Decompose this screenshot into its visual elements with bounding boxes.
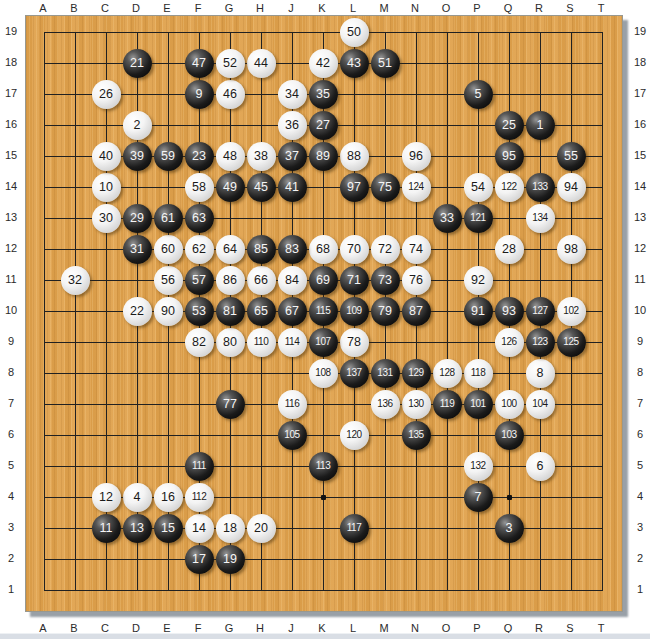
stone-white-F3[interactable]: 14 [185,514,214,543]
stone-black-M11[interactable]: 73 [371,266,400,295]
stone-white-N15[interactable]: 96 [402,142,431,171]
stone-black-G7[interactable]: 77 [216,390,245,419]
col-label-top-D: D [132,2,140,14]
move-number: 120 [346,430,362,440]
stone-black-Q6[interactable]: 103 [495,421,524,450]
stone-white-G9[interactable]: 80 [216,328,245,357]
stone-black-F11[interactable]: 57 [185,266,214,295]
stone-black-P10[interactable]: 91 [464,297,493,326]
stone-black-L11[interactable]: 71 [340,266,369,295]
move-number: 124 [408,182,424,192]
stone-white-S14[interactable]: 94 [557,173,586,202]
row-label-right-8: 8 [637,366,643,378]
col-label-top-F: F [195,2,202,14]
stone-black-J6[interactable]: 105 [278,421,307,450]
move-number: 84 [285,274,299,287]
move-number: 31 [130,243,144,256]
stone-white-H3[interactable]: 20 [247,514,276,543]
move-number: 132 [470,461,486,471]
stone-black-D18[interactable]: 21 [123,49,152,78]
col-label-top-O: O [442,2,451,14]
row-label-right-14: 14 [634,180,646,192]
stone-black-F10[interactable]: 53 [185,297,214,326]
move-number: 27 [316,119,330,132]
stone-black-H14[interactable]: 45 [247,173,276,202]
stone-black-M10[interactable]: 79 [371,297,400,326]
stone-black-P17[interactable]: 5 [464,80,493,109]
move-number: 16 [161,491,175,504]
stone-black-J12[interactable]: 83 [278,235,307,264]
stone-white-L6[interactable]: 120 [340,421,369,450]
stone-white-G15[interactable]: 48 [216,142,245,171]
stone-black-H12[interactable]: 85 [247,235,276,264]
move-number: 98 [564,243,578,256]
stone-white-K12[interactable]: 68 [309,235,338,264]
stone-black-Q10[interactable]: 93 [495,297,524,326]
move-number: 65 [254,305,268,318]
move-number: 134 [532,213,548,223]
stone-white-Q7[interactable]: 100 [495,390,524,419]
move-number: 86 [223,274,237,287]
row-label-left-9: 9 [8,335,14,347]
stone-white-Q14[interactable]: 122 [495,173,524,202]
stone-white-J7[interactable]: 116 [278,390,307,419]
move-number: 135 [408,430,424,440]
move-number: 43 [347,57,361,70]
stone-white-L19[interactable]: 50 [340,18,369,47]
move-number: 79 [378,305,392,318]
move-number: 47 [192,57,206,70]
col-label-top-K: K [318,2,325,14]
row-label-left-13: 13 [5,211,17,223]
stone-black-F5[interactable]: 111 [185,452,214,481]
move-number: 109 [346,306,362,316]
move-number: 133 [532,182,548,192]
move-number: 1 [537,119,544,132]
row-label-left-14: 14 [5,180,17,192]
stone-white-J16[interactable]: 36 [278,111,307,140]
col-label-top-R: R [535,2,543,14]
move-number: 131 [377,368,393,378]
move-number: 32 [68,274,82,287]
stone-white-J17[interactable]: 34 [278,80,307,109]
stone-black-G14[interactable]: 49 [216,173,245,202]
stone-white-L9[interactable]: 78 [340,328,369,357]
stone-white-K8[interactable]: 108 [309,359,338,388]
col-label-top-J: J [288,2,294,14]
move-number: 76 [409,274,423,287]
move-number: 28 [502,243,516,256]
move-number: 73 [378,274,392,287]
stone-white-S10[interactable]: 102 [557,297,586,326]
move-number: 11 [100,522,113,535]
stone-black-K10[interactable]: 115 [309,297,338,326]
stone-black-J15[interactable]: 37 [278,142,307,171]
move-number: 8 [537,367,544,380]
move-number: 72 [378,243,392,256]
move-number: 23 [192,150,206,163]
stone-white-L15[interactable]: 88 [340,142,369,171]
move-number: 40 [99,150,113,163]
row-label-left-3: 3 [8,521,14,533]
move-number: 62 [192,243,206,256]
move-number: 50 [347,26,361,39]
move-number: 3 [506,522,513,535]
move-number: 116 [285,399,300,409]
stone-black-K16[interactable]: 27 [309,111,338,140]
row-label-right-5: 5 [637,459,643,471]
move-number: 115 [316,306,331,316]
stone-black-P4[interactable]: 7 [464,483,493,512]
stone-black-E13[interactable]: 61 [154,204,183,233]
move-number: 2 [134,119,141,132]
move-number: 103 [501,430,517,440]
stone-white-N11[interactable]: 76 [402,266,431,295]
row-label-right-15: 15 [634,149,646,161]
move-number: 41 [285,181,299,194]
stone-white-F9[interactable]: 82 [185,328,214,357]
stone-white-M7[interactable]: 136 [371,390,400,419]
move-number: 45 [254,181,268,194]
move-number: 74 [409,243,423,256]
stone-black-N8[interactable]: 129 [402,359,431,388]
move-number: 25 [502,119,516,132]
move-number: 42 [316,57,330,70]
row-label-left-19: 19 [5,25,17,37]
stone-black-D3[interactable]: 13 [123,514,152,543]
stone-white-C13[interactable]: 30 [92,204,121,233]
row-label-right-17: 17 [634,87,646,99]
move-number: 127 [532,306,548,316]
stone-white-M12[interactable]: 72 [371,235,400,264]
stone-black-J14[interactable]: 41 [278,173,307,202]
move-number: 89 [316,150,330,163]
stone-black-K11[interactable]: 69 [309,266,338,295]
grid-line-vertical [447,32,448,591]
move-number: 69 [316,274,330,287]
move-number: 48 [223,150,237,163]
move-number: 29 [130,212,144,225]
stone-white-C4[interactable]: 12 [92,483,121,512]
stone-white-H11[interactable]: 66 [247,266,276,295]
stone-white-J11[interactable]: 84 [278,266,307,295]
stone-white-E12[interactable]: 60 [154,235,183,264]
move-number: 59 [161,150,175,163]
move-number: 21 [130,57,144,70]
stone-black-D15[interactable]: 39 [123,142,152,171]
stone-black-G2[interactable]: 19 [216,545,245,574]
move-number: 114 [285,337,300,347]
stone-black-P7[interactable]: 101 [464,390,493,419]
move-number: 128 [439,368,455,378]
stone-white-C15[interactable]: 40 [92,142,121,171]
move-number: 7 [475,491,482,504]
stone-white-K18[interactable]: 42 [309,49,338,78]
stone-black-F2[interactable]: 17 [185,545,214,574]
col-label-top-Q: Q [504,2,513,14]
stone-black-R10[interactable]: 127 [526,297,555,326]
col-label-top-B: B [70,2,77,14]
move-number: 57 [192,274,206,287]
row-label-left-12: 12 [5,242,17,254]
stone-white-N14[interactable]: 124 [402,173,431,202]
stone-white-S12[interactable]: 98 [557,235,586,264]
move-number: 111 [192,461,206,471]
stone-black-L18[interactable]: 43 [340,49,369,78]
stone-white-N7[interactable]: 130 [402,390,431,419]
col-label-top-M: M [379,2,388,14]
stone-white-G3[interactable]: 18 [216,514,245,543]
row-label-right-16: 16 [634,118,646,130]
move-number: 97 [347,181,361,194]
move-number: 20 [254,522,268,535]
stone-white-D16[interactable]: 2 [123,111,152,140]
row-label-left-8: 8 [8,366,14,378]
move-number: 46 [223,88,237,101]
row-label-right-7: 7 [637,397,643,409]
move-number: 112 [192,492,207,502]
stone-black-S15[interactable]: 55 [557,142,586,171]
move-number: 9 [196,88,203,101]
move-number: 92 [471,274,485,287]
move-number: 77 [223,398,237,411]
move-number: 90 [161,305,175,318]
row-label-left-4: 4 [8,490,14,502]
stone-black-R16[interactable]: 1 [526,111,555,140]
move-number: 105 [284,430,300,440]
col-label-top-P: P [473,2,480,14]
stone-black-O13[interactable]: 33 [433,204,462,233]
stone-white-C14[interactable]: 10 [92,173,121,202]
move-number: 52 [223,57,237,70]
move-number: 33 [440,212,454,225]
stone-white-F12[interactable]: 62 [185,235,214,264]
move-number: 17 [192,553,206,566]
move-number: 104 [532,399,548,409]
stone-black-M8[interactable]: 131 [371,359,400,388]
grid-line-horizontal [44,559,603,560]
stone-black-F15[interactable]: 23 [185,142,214,171]
move-number: 58 [192,181,206,194]
move-number: 118 [471,368,486,378]
stone-black-M18[interactable]: 51 [371,49,400,78]
stone-black-K5[interactable]: 113 [309,452,338,481]
stone-black-R9[interactable]: 123 [526,328,555,357]
stone-black-F18[interactable]: 47 [185,49,214,78]
move-number: 61 [161,212,175,225]
stone-white-G11[interactable]: 86 [216,266,245,295]
stone-white-E11[interactable]: 56 [154,266,183,295]
move-number: 18 [223,522,237,535]
stone-white-Q9[interactable]: 126 [495,328,524,357]
move-number: 13 [130,522,144,535]
stone-black-L14[interactable]: 97 [340,173,369,202]
move-number: 119 [440,399,455,409]
move-number: 22 [130,305,144,318]
move-number: 53 [192,305,206,318]
row-label-left-16: 16 [5,118,17,130]
col-label-top-T: T [598,2,605,14]
stone-black-S9[interactable]: 125 [557,328,586,357]
row-label-left-17: 17 [5,87,17,99]
row-label-left-5: 5 [8,459,14,471]
stone-white-P5[interactable]: 132 [464,452,493,481]
stone-white-G12[interactable]: 64 [216,235,245,264]
stone-white-G17[interactable]: 46 [216,80,245,109]
move-number: 34 [285,88,299,101]
move-number: 64 [223,243,237,256]
stone-black-K15[interactable]: 89 [309,142,338,171]
stone-white-F4[interactable]: 112 [185,483,214,512]
stone-black-D13[interactable]: 29 [123,204,152,233]
move-number: 26 [99,88,113,101]
stone-black-Q15[interactable]: 95 [495,142,524,171]
star-point [507,495,512,500]
row-label-left-10: 10 [5,304,17,316]
move-number-marked: 137 [346,368,362,378]
stone-white-O8[interactable]: 128 [433,359,462,388]
move-number: 113 [316,461,331,471]
row-label-left-18: 18 [5,56,17,68]
row-label-left-6: 6 [8,428,14,440]
stone-black-L3[interactable]: 117 [340,514,369,543]
move-number: 75 [378,181,392,194]
move-number: 101 [470,399,486,409]
stone-black-D12[interactable]: 31 [123,235,152,264]
stone-black-E15[interactable]: 59 [154,142,183,171]
row-label-right-2: 2 [637,552,643,564]
move-number: 117 [347,523,362,533]
star-point [321,495,326,500]
stone-black-J10[interactable]: 67 [278,297,307,326]
stone-white-J9[interactable]: 114 [278,328,307,357]
stone-black-F13[interactable]: 63 [185,204,214,233]
row-label-right-19: 19 [634,25,646,37]
move-number: 108 [315,368,331,378]
stone-white-E4[interactable]: 16 [154,483,183,512]
move-number: 54 [471,181,485,194]
move-number: 15 [161,522,175,535]
col-label-top-L: L [350,2,356,14]
stone-white-N12[interactable]: 74 [402,235,431,264]
move-number: 102 [563,306,579,316]
move-number: 81 [223,305,237,318]
move-number: 5 [475,88,482,101]
move-number: 110 [254,337,269,347]
move-number: 95 [502,150,516,163]
row-label-right-3: 3 [637,521,643,533]
stone-black-R14[interactable]: 133 [526,173,555,202]
go-board[interactable]: 1234567891011121314151617181920212223252… [25,15,623,612]
move-number: 94 [564,181,578,194]
stone-black-K9[interactable]: 107 [309,328,338,357]
stone-black-C3[interactable]: 11 [92,514,121,543]
stone-white-B11[interactable]: 32 [61,266,90,295]
stone-white-R13[interactable]: 134 [526,204,555,233]
stone-white-D4[interactable]: 4 [123,483,152,512]
stone-white-D10[interactable]: 22 [123,297,152,326]
move-number: 122 [501,182,517,192]
stone-black-L10[interactable]: 109 [340,297,369,326]
row-label-right-1: 1 [637,583,643,595]
col-label-top-N: N [411,2,419,14]
row-label-left-7: 7 [8,397,14,409]
row-label-right-10: 10 [634,304,646,316]
stone-black-E3[interactable]: 15 [154,514,183,543]
col-label-top-G: G [225,2,234,14]
move-number: 100 [501,399,517,409]
stone-white-Q12[interactable]: 28 [495,235,524,264]
move-number: 80 [223,336,237,349]
stone-white-E10[interactable]: 90 [154,297,183,326]
stone-white-P14[interactable]: 54 [464,173,493,202]
move-number: 126 [501,337,517,347]
move-number: 82 [192,336,206,349]
move-number: 107 [315,337,331,347]
move-number: 71 [347,274,361,287]
move-number: 130 [408,399,424,409]
move-number: 60 [161,243,175,256]
row-label-right-6: 6 [637,428,643,440]
stone-black-K17[interactable]: 35 [309,80,338,109]
stone-white-L12[interactable]: 70 [340,235,369,264]
stone-black-P13[interactable]: 121 [464,204,493,233]
move-number: 91 [471,305,485,318]
grid-line-horizontal [44,590,603,591]
stone-black-Q3[interactable]: 3 [495,514,524,543]
move-number: 10 [99,181,113,194]
stone-black-H10[interactable]: 65 [247,297,276,326]
stone-white-R8[interactable]: 8 [526,359,555,388]
move-number: 44 [254,57,268,70]
stone-white-P11[interactable]: 92 [464,266,493,295]
stone-white-R5[interactable]: 6 [526,452,555,481]
move-number: 88 [347,150,361,163]
stone-white-H9[interactable]: 110 [247,328,276,357]
stone-white-H15[interactable]: 38 [247,142,276,171]
stone-black-L8[interactable]: 137 [340,359,369,388]
stone-black-N10[interactable]: 87 [402,297,431,326]
move-number: 63 [192,212,206,225]
move-number: 12 [99,491,113,504]
row-label-right-12: 12 [634,242,646,254]
stone-black-M14[interactable]: 75 [371,173,400,202]
move-number: 68 [316,243,330,256]
stone-white-C17[interactable]: 26 [92,80,121,109]
move-number: 87 [409,305,423,318]
move-number: 129 [408,368,424,378]
stone-black-O7[interactable]: 119 [433,390,462,419]
stone-white-G18[interactable]: 52 [216,49,245,78]
move-number: 36 [285,119,299,132]
stone-white-P8[interactable]: 118 [464,359,493,388]
stone-black-F17[interactable]: 9 [185,80,214,109]
move-number: 70 [347,243,361,256]
row-label-right-13: 13 [634,211,646,223]
stone-white-R7[interactable]: 104 [526,390,555,419]
stone-white-F14[interactable]: 58 [185,173,214,202]
stone-black-Q16[interactable]: 25 [495,111,524,140]
stone-black-N6[interactable]: 135 [402,421,431,450]
row-label-right-4: 4 [637,490,643,502]
stone-white-H18[interactable]: 44 [247,49,276,78]
stone-black-G10[interactable]: 81 [216,297,245,326]
col-label-top-E: E [163,2,170,14]
move-number: 19 [223,553,237,566]
move-number: 66 [254,274,268,287]
move-number: 78 [347,336,361,349]
move-number: 39 [130,150,144,163]
